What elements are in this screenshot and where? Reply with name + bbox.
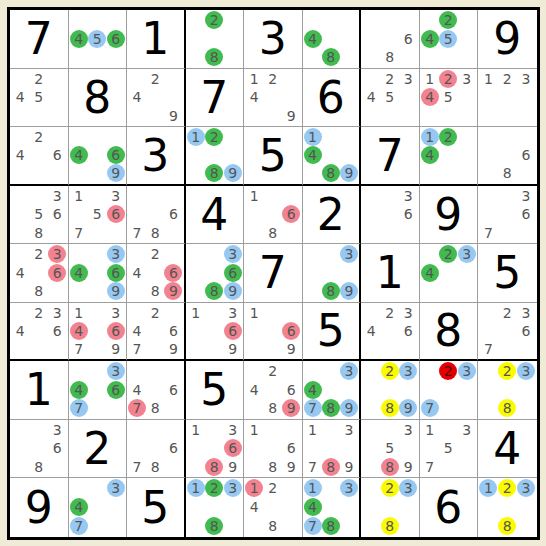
candidate-4[interactable]: 4: [362, 322, 380, 340]
cell-r9c8[interactable]: 6: [420, 478, 479, 537]
candidate-3-blue-circle[interactable]: 3: [224, 245, 242, 263]
candidate-3[interactable]: 3: [224, 421, 242, 439]
candidate-6[interactable]: 6: [164, 322, 182, 340]
candidate-8-pink-circle[interactable]: 8: [205, 458, 223, 476]
candidate-1[interactable]: 1: [245, 70, 263, 88]
candidate-2[interactable]: 2: [146, 245, 164, 263]
candidate-3-blue-circle[interactable]: 3: [517, 362, 535, 380]
candidate-3[interactable]: 3: [48, 187, 66, 205]
candidate-5-blue-circle[interactable]: 5: [88, 30, 106, 48]
candidate-7[interactable]: 7: [304, 458, 322, 476]
cell-r9c9[interactable]: 1238: [478, 478, 537, 537]
candidate-2[interactable]: 2: [146, 70, 164, 88]
candidate-4-green-circle[interactable]: 4: [70, 381, 88, 399]
cell-r7c4[interactable]: 5: [186, 361, 245, 420]
cell-r7c6[interactable]: 34789: [303, 361, 362, 420]
cell-r1c9[interactable]: 9: [478, 10, 537, 69]
candidate-5[interactable]: 5: [439, 88, 457, 106]
cell-r3c9[interactable]: 68: [478, 127, 537, 186]
candidate-8[interactable]: 8: [30, 224, 48, 242]
candidate-2[interactable]: 2: [264, 70, 282, 88]
candidate-6[interactable]: 6: [517, 205, 535, 223]
candidate-1[interactable]: 1: [421, 70, 439, 88]
cell-r8c5[interactable]: 1689: [244, 420, 303, 479]
candidate-2[interactable]: 2: [381, 304, 399, 322]
cell-r7c9[interactable]: 238: [478, 361, 537, 420]
candidate-9[interactable]: 9: [399, 458, 417, 476]
cell-r1c6[interactable]: 48: [303, 10, 362, 69]
candidate-6[interactable]: 6: [164, 381, 182, 399]
candidate-8-yellow-circle[interactable]: 8: [381, 399, 399, 417]
cell-r2c9[interactable]: 123: [478, 69, 537, 128]
candidate-8-pink-circle[interactable]: 8: [322, 458, 340, 476]
candidate-6[interactable]: 6: [282, 381, 300, 399]
cell-r8c6[interactable]: 13789: [303, 420, 362, 479]
candidate-6-pink-circle[interactable]: 6: [48, 264, 66, 282]
candidate-4[interactable]: 4: [11, 146, 29, 164]
candidate-3[interactable]: 3: [517, 187, 535, 205]
candidate-1[interactable]: 1: [245, 304, 263, 322]
candidate-1-blue-circle[interactable]: 1: [187, 479, 205, 497]
candidate-5[interactable]: 5: [30, 88, 48, 106]
candidate-8[interactable]: 8: [146, 282, 164, 300]
candidate-8[interactable]: 8: [264, 517, 282, 535]
candidate-7[interactable]: 7: [128, 340, 146, 358]
candidate-1[interactable]: 1: [479, 70, 497, 88]
candidate-8-green-circle[interactable]: 8: [322, 164, 340, 182]
candidate-3-blue-circle[interactable]: 3: [517, 479, 535, 497]
candidate-2[interactable]: 2: [498, 304, 516, 322]
cell-r8c7[interactable]: 3589: [361, 420, 420, 479]
solved-digit: 1: [10, 361, 68, 419]
candidate-6-pink-circle[interactable]: 6: [107, 205, 125, 223]
cell-r4c6[interactable]: 2: [303, 186, 362, 245]
cell-r1c5[interactable]: 3: [244, 10, 303, 69]
candidate-7-blue-circle[interactable]: 7: [304, 517, 322, 535]
candidate-1[interactable]: 1: [70, 304, 88, 322]
candidate-1-blue-circle[interactable]: 1: [479, 479, 497, 497]
cell-r7c5[interactable]: 24689: [244, 361, 303, 420]
candidate-4[interactable]: 4: [128, 88, 146, 106]
candidate-4-green-circle[interactable]: 4: [70, 264, 88, 282]
candidate-8-green-circle[interactable]: 8: [322, 399, 340, 417]
cell-r1c8[interactable]: 245: [420, 10, 479, 69]
candidate-2[interactable]: 2: [264, 479, 282, 497]
candidate-8[interactable]: 8: [146, 458, 164, 476]
cell-r1c7[interactable]: 68: [361, 10, 420, 69]
cell-r5c9[interactable]: 5: [478, 244, 537, 303]
cell-r6c7[interactable]: 2346: [361, 303, 420, 362]
candidate-3-blue-circle[interactable]: 3: [224, 479, 242, 497]
candidate-8-pink-circle[interactable]: 8: [381, 458, 399, 476]
candidate-3-blue-circle[interactable]: 3: [340, 245, 358, 263]
cell-r2c7[interactable]: 2345: [361, 69, 420, 128]
cell-r7c2[interactable]: 3467: [69, 361, 128, 420]
candidate-4[interactable]: 4: [128, 264, 146, 282]
cell-r3c8[interactable]: 124: [420, 127, 479, 186]
candidate-4-green-circle[interactable]: 4: [421, 146, 439, 164]
candidate-grid: 1489: [303, 127, 360, 184]
cell-r9c5[interactable]: 1248: [244, 478, 303, 537]
candidate-3[interactable]: 3: [340, 421, 358, 439]
candidate-8-green-circle[interactable]: 8: [205, 48, 223, 66]
cell-r6c8[interactable]: 8: [420, 303, 479, 362]
candidate-3[interactable]: 3: [48, 421, 66, 439]
candidate-3[interactable]: 3: [107, 187, 125, 205]
cell-r8c4[interactable]: 13689: [186, 420, 245, 479]
candidate-2[interactable]: 2: [264, 362, 282, 380]
candidate-8-yellow-circle[interactable]: 8: [381, 517, 399, 535]
candidate-9[interactable]: 9: [224, 458, 242, 476]
candidate-3-blue-circle[interactable]: 3: [399, 479, 417, 497]
candidate-6-pink-circle[interactable]: 6: [164, 264, 182, 282]
cell-r2c6[interactable]: 6: [303, 69, 362, 128]
candidate-9[interactable]: 9: [282, 458, 300, 476]
cell-r2c8[interactable]: 12345: [420, 69, 479, 128]
candidate-9-blue-circle[interactable]: 9: [340, 399, 358, 417]
cell-r4c2[interactable]: 13567: [69, 186, 128, 245]
candidate-2-green-circle[interactable]: 2: [205, 128, 223, 146]
cell-r9c3[interactable]: 5: [127, 478, 186, 537]
candidate-6-pink-circle[interactable]: 6: [224, 439, 242, 457]
candidate-9-blue-circle[interactable]: 9: [399, 399, 417, 417]
candidate-9[interactable]: 9: [164, 340, 182, 358]
cell-r7c1[interactable]: 1: [10, 361, 69, 420]
cell-r3c1[interactable]: 246: [10, 127, 69, 186]
candidate-2-yellow-circle[interactable]: 2: [381, 479, 399, 497]
candidate-3[interactable]: 3: [48, 304, 66, 322]
cell-r5c5[interactable]: 7: [244, 244, 303, 303]
candidate-1[interactable]: 1: [245, 421, 263, 439]
candidate-1[interactable]: 1: [187, 304, 205, 322]
cell-r3c2[interactable]: 469: [69, 127, 128, 186]
candidate-6-pink-circle[interactable]: 6: [282, 205, 300, 223]
cell-r6c4[interactable]: 1369: [186, 303, 245, 362]
cell-r6c6[interactable]: 5: [303, 303, 362, 362]
cell-r4c1[interactable]: 3568: [10, 186, 69, 245]
candidate-9-blue-circle[interactable]: 9: [224, 164, 242, 182]
candidate-9-blue-circle[interactable]: 9: [107, 164, 125, 182]
candidate-8[interactable]: 8: [30, 282, 48, 300]
candidate-1-blue-circle[interactable]: 1: [187, 128, 205, 146]
candidate-8[interactable]: 8: [264, 399, 282, 417]
cell-r5c6[interactable]: 389: [303, 244, 362, 303]
cell-r7c7[interactable]: 2389: [361, 361, 420, 420]
candidate-4-green-circle[interactable]: 4: [304, 146, 322, 164]
cell-r4c7[interactable]: 36: [361, 186, 420, 245]
cell-r9c7[interactable]: 238: [361, 478, 420, 537]
candidate-8[interactable]: 8: [498, 164, 516, 182]
candidate-4[interactable]: 4: [128, 381, 146, 399]
cell-r9c2[interactable]: 347: [69, 478, 128, 537]
candidate-3[interactable]: 3: [107, 304, 125, 322]
candidate-grid: 1689: [244, 420, 302, 478]
candidate-1[interactable]: 1: [304, 421, 322, 439]
candidate-6[interactable]: 6: [48, 439, 66, 457]
candidate-4[interactable]: 4: [362, 88, 380, 106]
candidate-3-blue-circle[interactable]: 3: [399, 362, 417, 380]
cell-r9c6[interactable]: 13478: [303, 478, 362, 537]
candidate-7[interactable]: 7: [421, 458, 439, 476]
candidate-9[interactable]: 9: [340, 458, 358, 476]
cell-r5c1[interactable]: 23468: [10, 244, 69, 303]
cell-r4c4[interactable]: 4: [186, 186, 245, 245]
candidate-1-blue-circle[interactable]: 1: [421, 128, 439, 146]
candidate-6[interactable]: 6: [48, 205, 66, 223]
candidate-8[interactable]: 8: [264, 458, 282, 476]
cell-r4c5[interactable]: 168: [244, 186, 303, 245]
candidate-6[interactable]: 6: [48, 322, 66, 340]
candidate-4[interactable]: 4: [128, 322, 146, 340]
candidate-2-green-circle[interactable]: 2: [439, 11, 457, 29]
candidate-4-green-circle[interactable]: 4: [70, 30, 88, 48]
candidate-2-green-circle[interactable]: 2: [439, 128, 457, 146]
candidate-3-blue-circle[interactable]: 3: [107, 362, 125, 380]
cell-r2c5[interactable]: 1249: [244, 69, 303, 128]
candidate-8-green-circle[interactable]: 8: [322, 517, 340, 535]
cell-r6c1[interactable]: 2346: [10, 303, 69, 362]
candidate-3[interactable]: 3: [458, 421, 476, 439]
candidate-5[interactable]: 5: [439, 439, 457, 457]
solved-digit: 2: [303, 186, 360, 244]
cell-r8c3[interactable]: 678: [127, 420, 186, 479]
candidate-3[interactable]: 3: [517, 304, 535, 322]
candidate-7-blue-circle[interactable]: 7: [70, 399, 88, 417]
candidate-6[interactable]: 6: [48, 146, 66, 164]
candidate-3[interactable]: 3: [399, 187, 417, 205]
candidate-2[interactable]: 2: [498, 70, 516, 88]
candidate-6-green-circle[interactable]: 6: [107, 146, 125, 164]
candidate-5[interactable]: 5: [30, 205, 48, 223]
cell-r8c9[interactable]: 4: [478, 420, 537, 479]
candidate-8-green-circle[interactable]: 8: [205, 282, 223, 300]
candidate-4-green-circle[interactable]: 4: [421, 264, 439, 282]
candidate-5-blue-circle[interactable]: 5: [439, 30, 457, 48]
candidate-9-blue-circle[interactable]: 9: [224, 282, 242, 300]
candidate-4-pink-circle[interactable]: 4: [421, 88, 439, 106]
candidate-2[interactable]: 2: [30, 304, 48, 322]
candidate-4-green-circle[interactable]: 4: [304, 381, 322, 399]
candidate-8-green-circle[interactable]: 8: [322, 282, 340, 300]
candidate-2-green-circle[interactable]: 2: [205, 11, 223, 29]
solved-digit: 1: [361, 244, 419, 302]
candidate-5[interactable]: 5: [381, 439, 399, 457]
cell-r9c4[interactable]: 1238: [186, 478, 245, 537]
cell-r8c1[interactable]: 368: [10, 420, 69, 479]
candidate-2-green-circle[interactable]: 2: [439, 245, 457, 263]
candidate-7-blue-circle[interactable]: 7: [70, 517, 88, 535]
cell-r9c1[interactable]: 9: [10, 478, 69, 537]
candidate-grid: 389: [303, 244, 360, 302]
candidate-6[interactable]: 6: [399, 205, 417, 223]
cell-r2c2[interactable]: 8: [69, 69, 128, 128]
candidate-4[interactable]: 4: [11, 322, 29, 340]
cell-r3c5[interactable]: 5: [244, 127, 303, 186]
candidate-grid: 169: [244, 303, 302, 360]
candidate-8[interactable]: 8: [146, 399, 164, 417]
candidate-2-yellow-circle[interactable]: 2: [381, 362, 399, 380]
candidate-4-green-circle[interactable]: 4: [304, 498, 322, 516]
candidate-3[interactable]: 3: [224, 304, 242, 322]
candidate-9[interactable]: 9: [282, 340, 300, 358]
candidate-7[interactable]: 7: [479, 224, 497, 242]
candidate-7[interactable]: 7: [479, 340, 497, 358]
candidate-2-pink-circle[interactable]: 2: [439, 70, 457, 88]
candidate-1-blue-circle[interactable]: 1: [304, 128, 322, 146]
candidate-3-blue-circle[interactable]: 3: [107, 245, 125, 263]
candidate-7-blue-circle[interactable]: 7: [304, 399, 322, 417]
candidate-8-green-circle[interactable]: 8: [322, 48, 340, 66]
candidate-6-green-circle[interactable]: 6: [224, 264, 242, 282]
candidate-3-blue-circle[interactable]: 3: [340, 479, 358, 497]
candidate-4-green-circle[interactable]: 4: [421, 30, 439, 48]
candidate-6[interactable]: 6: [517, 146, 535, 164]
candidate-2-yellow-circle[interactable]: 2: [498, 479, 516, 497]
candidate-7[interactable]: 7: [70, 340, 88, 358]
candidate-2[interactable]: 2: [146, 304, 164, 322]
cell-r5c4[interactable]: 3689: [186, 244, 245, 303]
cell-r4c8[interactable]: 9: [420, 186, 479, 245]
cell-r5c8[interactable]: 234: [420, 244, 479, 303]
candidate-2[interactable]: 2: [30, 245, 48, 263]
candidate-6-green-circle[interactable]: 6: [107, 30, 125, 48]
candidate-grid: 246: [10, 127, 68, 184]
cell-r8c8[interactable]: 1357: [420, 420, 479, 479]
candidate-4[interactable]: 4: [11, 88, 29, 106]
candidate-8[interactable]: 8: [264, 224, 282, 242]
candidate-3[interactable]: 3: [399, 70, 417, 88]
candidate-6-green-circle[interactable]: 6: [107, 264, 125, 282]
candidate-2-green-circle[interactable]: 2: [205, 479, 223, 497]
candidate-8-green-circle[interactable]: 8: [205, 517, 223, 535]
candidate-9[interactable]: 9: [107, 340, 125, 358]
cell-r4c3[interactable]: 678: [127, 186, 186, 245]
cell-r5c3[interactable]: 24689: [127, 244, 186, 303]
solved-digit: 7: [361, 127, 419, 184]
candidate-8-green-circle[interactable]: 8: [205, 164, 223, 182]
solved-digit: 3: [244, 10, 302, 68]
candidate-9[interactable]: 9: [224, 340, 242, 358]
cell-r1c3[interactable]: 1: [127, 10, 186, 69]
cell-r5c7[interactable]: 1: [361, 244, 420, 303]
candidate-5[interactable]: 5: [88, 205, 106, 223]
candidate-grid: 1238: [186, 478, 244, 537]
candidate-8[interactable]: 8: [146, 224, 164, 242]
candidate-7[interactable]: 7: [128, 224, 146, 242]
candidate-7-pink-circle[interactable]: 7: [128, 399, 146, 417]
candidate-2-yellow-circle[interactable]: 2: [498, 362, 516, 380]
candidate-6[interactable]: 6: [282, 439, 300, 457]
candidate-4[interactable]: 4: [11, 264, 29, 282]
candidate-6[interactable]: 6: [164, 205, 182, 223]
candidate-4-green-circle[interactable]: 4: [70, 498, 88, 516]
candidate-2[interactable]: 2: [30, 128, 48, 146]
cell-r6c3[interactable]: 24679: [127, 303, 186, 362]
candidate-9[interactable]: 9: [164, 107, 182, 125]
candidate-1[interactable]: 1: [421, 421, 439, 439]
candidate-6-green-circle[interactable]: 6: [107, 381, 125, 399]
candidate-3-pink-circle[interactable]: 3: [48, 245, 66, 263]
candidate-3-blue-circle[interactable]: 3: [458, 362, 476, 380]
candidate-7[interactable]: 7: [128, 458, 146, 476]
candidate-8-yellow-circle[interactable]: 8: [498, 399, 516, 417]
candidate-9-pink-circle[interactable]: 9: [164, 282, 182, 300]
candidate-8-yellow-circle[interactable]: 8: [498, 517, 516, 535]
cell-r7c8[interactable]: 237: [420, 361, 479, 420]
candidate-3-blue-circle[interactable]: 3: [107, 479, 125, 497]
candidate-5[interactable]: 5: [381, 88, 399, 106]
cell-r6c2[interactable]: 134679: [69, 303, 128, 362]
candidate-4[interactable]: 4: [245, 381, 263, 399]
candidate-9-pink-circle[interactable]: 9: [282, 399, 300, 417]
candidate-6[interactable]: 6: [399, 30, 417, 48]
cell-r3c6[interactable]: 1489: [303, 127, 362, 186]
candidate-8[interactable]: 8: [30, 458, 48, 476]
solved-digit: 9: [420, 186, 478, 244]
candidate-4-green-circle[interactable]: 4: [304, 30, 322, 48]
candidate-7[interactable]: 7: [70, 224, 88, 242]
candidate-3[interactable]: 3: [517, 70, 535, 88]
cell-r3c4[interactable]: 1289: [186, 127, 245, 186]
candidate-4[interactable]: 4: [245, 498, 263, 516]
cell-r1c2[interactable]: 456: [69, 10, 128, 69]
candidate-2[interactable]: 2: [381, 70, 399, 88]
candidate-3[interactable]: 3: [399, 421, 417, 439]
candidate-4-green-circle[interactable]: 4: [70, 146, 88, 164]
candidate-8[interactable]: 8: [381, 48, 399, 66]
cell-r2c4[interactable]: 7: [186, 69, 245, 128]
candidate-grid: 245: [10, 69, 68, 127]
candidate-1[interactable]: 1: [187, 421, 205, 439]
candidate-3[interactable]: 3: [399, 304, 417, 322]
candidate-7-blue-circle[interactable]: 7: [421, 399, 439, 417]
candidate-6-pink-circle[interactable]: 6: [282, 322, 300, 340]
candidate-9-blue-circle[interactable]: 9: [107, 282, 125, 300]
candidate-3-blue-circle[interactable]: 3: [458, 245, 476, 263]
candidate-1[interactable]: 1: [245, 187, 263, 205]
cell-r3c7[interactable]: 7: [361, 127, 420, 186]
candidate-2-red-circle[interactable]: 2: [439, 362, 457, 380]
candidate-3-blue-circle[interactable]: 3: [340, 362, 358, 380]
candidate-6-pink-circle[interactable]: 6: [224, 322, 242, 340]
candidate-4-pink-circle[interactable]: 4: [70, 322, 88, 340]
candidate-1-pink-circle[interactable]: 1: [245, 479, 263, 497]
cell-r4c9[interactable]: 367: [478, 186, 537, 245]
candidate-2[interactable]: 2: [30, 70, 48, 88]
cell-r6c5[interactable]: 169: [244, 303, 303, 362]
cell-r2c3[interactable]: 249: [127, 69, 186, 128]
cell-r5c2[interactable]: 3469: [69, 244, 128, 303]
cell-r1c4[interactable]: 28: [186, 10, 245, 69]
candidate-1-blue-circle[interactable]: 1: [304, 479, 322, 497]
cell-r1c1[interactable]: 7: [10, 10, 69, 69]
cell-r6c9[interactable]: 2367: [478, 303, 537, 362]
cell-r2c1[interactable]: 245: [10, 69, 69, 128]
candidate-6[interactable]: 6: [517, 322, 535, 340]
candidate-1[interactable]: 1: [70, 187, 88, 205]
candidate-6[interactable]: 6: [399, 322, 417, 340]
cell-r3c3[interactable]: 3: [127, 127, 186, 186]
candidate-6[interactable]: 6: [164, 439, 182, 457]
candidate-6-pink-circle[interactable]: 6: [107, 322, 125, 340]
cell-r7c3[interactable]: 4678: [127, 361, 186, 420]
candidate-9[interactable]: 9: [282, 107, 300, 125]
candidate-3[interactable]: 3: [458, 70, 476, 88]
candidate-9-blue-circle[interactable]: 9: [340, 164, 358, 182]
candidate-4[interactable]: 4: [245, 88, 263, 106]
cell-r8c2[interactable]: 2: [69, 420, 128, 479]
candidate-9-blue-circle[interactable]: 9: [340, 282, 358, 300]
